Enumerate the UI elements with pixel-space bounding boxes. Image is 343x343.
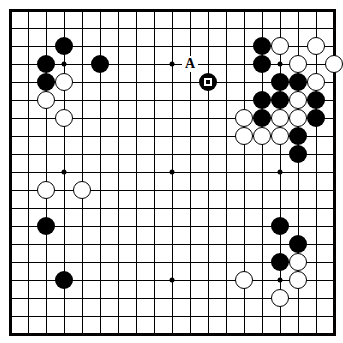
stone-white xyxy=(271,127,289,145)
stone-white xyxy=(289,253,307,271)
stone-black xyxy=(55,37,73,55)
stone-white xyxy=(271,289,289,307)
stone-white xyxy=(271,37,289,55)
stone-black xyxy=(199,73,217,91)
stone-black xyxy=(91,55,109,73)
stone-black xyxy=(37,55,55,73)
stone-black xyxy=(253,37,271,55)
stone-black xyxy=(271,91,289,109)
stone-black xyxy=(307,109,325,127)
stone-white xyxy=(37,91,55,109)
stone-black xyxy=(37,73,55,91)
star-point xyxy=(278,62,283,67)
square-marker-icon xyxy=(204,78,212,86)
stone-black xyxy=(271,73,289,91)
stone-black xyxy=(307,91,325,109)
star-point xyxy=(62,62,67,67)
stone-black xyxy=(37,217,55,235)
stone-black xyxy=(271,217,289,235)
point-label-A: A xyxy=(182,56,198,72)
stone-white xyxy=(307,73,325,91)
stone-white xyxy=(37,181,55,199)
stone-black xyxy=(289,235,307,253)
stone-white xyxy=(235,127,253,145)
stone-white xyxy=(55,109,73,127)
stone-white xyxy=(235,109,253,127)
stone-white xyxy=(289,55,307,73)
stone-white xyxy=(325,55,343,73)
star-point xyxy=(62,170,67,175)
star-point xyxy=(170,170,175,175)
stone-black xyxy=(289,145,307,163)
stone-white xyxy=(307,37,325,55)
star-point xyxy=(170,62,175,67)
star-point xyxy=(278,278,283,283)
stone-white xyxy=(289,271,307,289)
stone-black xyxy=(271,253,289,271)
stone-white xyxy=(289,109,307,127)
stone-black xyxy=(253,109,271,127)
stone-black xyxy=(253,91,271,109)
stone-white xyxy=(289,91,307,109)
stone-black xyxy=(289,73,307,91)
stone-white xyxy=(253,127,271,145)
stone-white xyxy=(271,109,289,127)
stone-black xyxy=(289,127,307,145)
stone-black xyxy=(55,271,73,289)
stone-black xyxy=(253,55,271,73)
stone-white xyxy=(73,181,91,199)
star-point xyxy=(170,278,175,283)
star-point xyxy=(278,170,283,175)
stone-white xyxy=(55,73,73,91)
stone-white xyxy=(235,271,253,289)
go-board: A xyxy=(0,0,343,343)
